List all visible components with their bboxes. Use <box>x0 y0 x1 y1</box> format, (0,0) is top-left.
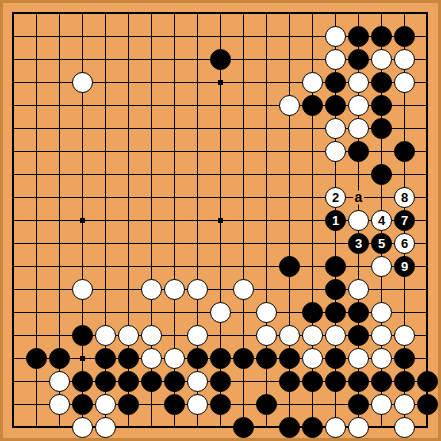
intersection[interactable] <box>71 255 94 278</box>
intersection[interactable] <box>232 140 255 163</box>
intersection[interactable] <box>209 140 232 163</box>
intersection[interactable] <box>117 94 140 117</box>
intersection[interactable] <box>232 2 255 25</box>
intersection[interactable] <box>94 232 117 255</box>
intersection <box>186 393 209 416</box>
intersection[interactable] <box>416 324 439 347</box>
intersection[interactable] <box>255 2 278 25</box>
intersection <box>255 347 278 370</box>
black-stone <box>394 26 415 47</box>
intersection[interactable] <box>416 232 439 255</box>
intersection[interactable] <box>140 163 163 186</box>
black-stone <box>348 371 369 392</box>
intersection[interactable] <box>94 94 117 117</box>
intersection[interactable] <box>370 2 393 25</box>
intersection[interactable] <box>2 278 25 301</box>
intersection <box>301 71 324 94</box>
intersection[interactable] <box>48 140 71 163</box>
intersection[interactable] <box>278 278 301 301</box>
intersection[interactable] <box>186 186 209 209</box>
intersection[interactable] <box>186 48 209 71</box>
intersection[interactable] <box>71 140 94 163</box>
intersection[interactable] <box>2 186 25 209</box>
intersection[interactable] <box>301 140 324 163</box>
intersection[interactable] <box>232 370 255 393</box>
intersection[interactable] <box>186 117 209 140</box>
intersection[interactable] <box>278 163 301 186</box>
intersection[interactable] <box>232 393 255 416</box>
intersection[interactable] <box>71 301 94 324</box>
white-stone <box>210 302 231 323</box>
intersection[interactable] <box>416 71 439 94</box>
intersection[interactable] <box>2 2 25 25</box>
white-stone <box>371 325 392 346</box>
intersection[interactable] <box>71 186 94 209</box>
intersection[interactable] <box>324 393 347 416</box>
intersection[interactable] <box>25 416 48 439</box>
go-board-grid: 2a81473569 <box>2 2 439 439</box>
intersection[interactable] <box>370 278 393 301</box>
intersection[interactable] <box>301 163 324 186</box>
intersection[interactable] <box>278 48 301 71</box>
intersection[interactable] <box>117 140 140 163</box>
intersection[interactable] <box>232 163 255 186</box>
intersection[interactable] <box>2 393 25 416</box>
intersection[interactable] <box>416 163 439 186</box>
intersection[interactable] <box>163 255 186 278</box>
intersection[interactable] <box>48 163 71 186</box>
intersection[interactable] <box>117 117 140 140</box>
intersection[interactable] <box>209 25 232 48</box>
intersection[interactable] <box>140 416 163 439</box>
intersection[interactable] <box>94 25 117 48</box>
intersection[interactable] <box>25 2 48 25</box>
intersection[interactable] <box>393 94 416 117</box>
intersection[interactable] <box>370 140 393 163</box>
intersection[interactable] <box>117 25 140 48</box>
intersection[interactable] <box>25 163 48 186</box>
intersection[interactable] <box>278 209 301 232</box>
intersection[interactable] <box>25 94 48 117</box>
intersection <box>94 347 117 370</box>
intersection[interactable] <box>25 232 48 255</box>
intersection[interactable] <box>48 416 71 439</box>
intersection[interactable] <box>163 324 186 347</box>
intersection <box>186 324 209 347</box>
intersection: 5 <box>370 232 393 255</box>
intersection[interactable] <box>186 94 209 117</box>
intersection <box>163 393 186 416</box>
intersection[interactable] <box>2 347 25 370</box>
intersection[interactable] <box>416 48 439 71</box>
intersection <box>117 393 140 416</box>
intersection <box>393 71 416 94</box>
intersection[interactable] <box>393 301 416 324</box>
intersection[interactable] <box>48 48 71 71</box>
intersection <box>393 416 416 439</box>
intersection[interactable] <box>209 94 232 117</box>
intersection[interactable] <box>71 347 94 370</box>
intersection[interactable] <box>209 117 232 140</box>
intersection[interactable] <box>140 255 163 278</box>
intersection[interactable] <box>25 370 48 393</box>
intersection <box>393 347 416 370</box>
intersection[interactable] <box>117 71 140 94</box>
intersection[interactable] <box>94 48 117 71</box>
intersection[interactable] <box>209 232 232 255</box>
intersection[interactable] <box>393 2 416 25</box>
intersection[interactable] <box>71 48 94 71</box>
intersection[interactable] <box>48 94 71 117</box>
intersection[interactable] <box>232 25 255 48</box>
intersection <box>370 347 393 370</box>
intersection[interactable] <box>301 393 324 416</box>
intersection[interactable] <box>255 140 278 163</box>
intersection[interactable] <box>209 416 232 439</box>
intersection[interactable] <box>94 186 117 209</box>
intersection[interactable] <box>2 163 25 186</box>
intersection[interactable] <box>255 232 278 255</box>
intersection[interactable] <box>163 71 186 94</box>
intersection[interactable] <box>163 94 186 117</box>
intersection[interactable] <box>25 140 48 163</box>
intersection[interactable] <box>416 278 439 301</box>
black-stone <box>371 118 392 139</box>
intersection[interactable] <box>416 186 439 209</box>
intersection[interactable] <box>416 209 439 232</box>
intersection[interactable] <box>416 2 439 25</box>
intersection[interactable] <box>140 209 163 232</box>
black-stone <box>371 95 392 116</box>
intersection[interactable] <box>2 232 25 255</box>
intersection[interactable] <box>255 71 278 94</box>
intersection[interactable] <box>140 71 163 94</box>
intersection[interactable] <box>301 232 324 255</box>
black-stone: 9 <box>394 256 415 277</box>
intersection[interactable] <box>301 48 324 71</box>
intersection[interactable] <box>117 301 140 324</box>
intersection[interactable] <box>163 163 186 186</box>
intersection[interactable] <box>186 71 209 94</box>
intersection[interactable] <box>163 48 186 71</box>
intersection[interactable] <box>347 163 370 186</box>
intersection[interactable] <box>232 48 255 71</box>
intersection[interactable] <box>25 186 48 209</box>
intersection[interactable] <box>416 94 439 117</box>
intersection[interactable] <box>140 301 163 324</box>
intersection[interactable] <box>186 255 209 278</box>
intersection[interactable] <box>347 255 370 278</box>
intersection[interactable] <box>48 301 71 324</box>
intersection[interactable] <box>301 186 324 209</box>
white-stone <box>141 279 162 300</box>
intersection[interactable] <box>48 117 71 140</box>
intersection[interactable] <box>278 186 301 209</box>
intersection[interactable] <box>255 94 278 117</box>
intersection[interactable] <box>2 416 25 439</box>
white-stone <box>371 348 392 369</box>
intersection[interactable] <box>94 255 117 278</box>
intersection[interactable] <box>94 2 117 25</box>
intersection <box>324 324 347 347</box>
intersection[interactable] <box>393 163 416 186</box>
black-stone <box>371 26 392 47</box>
intersection <box>347 393 370 416</box>
intersection[interactable] <box>71 163 94 186</box>
intersection <box>94 393 117 416</box>
intersection[interactable] <box>94 71 117 94</box>
intersection[interactable] <box>232 186 255 209</box>
intersection[interactable] <box>25 209 48 232</box>
intersection[interactable] <box>255 186 278 209</box>
intersection[interactable] <box>301 117 324 140</box>
intersection[interactable] <box>25 25 48 48</box>
black-stone <box>187 348 208 369</box>
intersection[interactable] <box>140 117 163 140</box>
intersection[interactable] <box>186 416 209 439</box>
intersection[interactable] <box>186 232 209 255</box>
intersection[interactable] <box>370 186 393 209</box>
intersection[interactable] <box>255 163 278 186</box>
intersection[interactable] <box>25 324 48 347</box>
intersection[interactable] <box>209 2 232 25</box>
intersection[interactable] <box>324 232 347 255</box>
intersection[interactable] <box>71 25 94 48</box>
intersection: 9 <box>393 255 416 278</box>
intersection[interactable] <box>186 163 209 186</box>
intersection[interactable] <box>301 278 324 301</box>
intersection[interactable] <box>209 255 232 278</box>
intersection[interactable] <box>2 94 25 117</box>
intersection[interactable] <box>186 209 209 232</box>
intersection[interactable] <box>94 301 117 324</box>
intersection[interactable] <box>94 163 117 186</box>
move-number-label: 9 <box>401 260 408 273</box>
intersection[interactable] <box>117 209 140 232</box>
intersection[interactable] <box>140 25 163 48</box>
intersection[interactable] <box>71 117 94 140</box>
intersection[interactable] <box>255 48 278 71</box>
intersection[interactable] <box>48 255 71 278</box>
intersection[interactable] <box>117 48 140 71</box>
intersection[interactable] <box>25 71 48 94</box>
intersection[interactable] <box>48 278 71 301</box>
intersection[interactable] <box>2 71 25 94</box>
intersection[interactable] <box>25 117 48 140</box>
intersection <box>347 278 370 301</box>
intersection[interactable] <box>117 232 140 255</box>
black-stone <box>325 72 346 93</box>
intersection[interactable] <box>209 278 232 301</box>
intersection[interactable] <box>278 71 301 94</box>
intersection[interactable] <box>140 393 163 416</box>
intersection[interactable] <box>416 301 439 324</box>
intersection[interactable] <box>163 232 186 255</box>
white-stone: 8 <box>394 187 415 208</box>
intersection[interactable] <box>255 209 278 232</box>
intersection[interactable] <box>416 347 439 370</box>
intersection[interactable] <box>2 25 25 48</box>
intersection <box>324 71 347 94</box>
intersection[interactable] <box>186 2 209 25</box>
intersection[interactable] <box>163 140 186 163</box>
intersection[interactable] <box>48 324 71 347</box>
intersection[interactable] <box>232 117 255 140</box>
black-stone <box>256 348 277 369</box>
white-stone <box>95 325 116 346</box>
intersection[interactable] <box>278 2 301 25</box>
intersection[interactable] <box>232 255 255 278</box>
intersection[interactable] <box>301 209 324 232</box>
intersection[interactable] <box>71 232 94 255</box>
intersection[interactable] <box>301 255 324 278</box>
intersection[interactable] <box>255 255 278 278</box>
intersection[interactable] <box>186 301 209 324</box>
black-stone <box>371 371 392 392</box>
intersection[interactable] <box>117 2 140 25</box>
black-stone <box>164 371 185 392</box>
intersection[interactable] <box>25 278 48 301</box>
intersection[interactable] <box>163 186 186 209</box>
intersection[interactable] <box>25 48 48 71</box>
intersection[interactable] <box>255 278 278 301</box>
intersection[interactable] <box>2 140 25 163</box>
intersection[interactable] <box>255 117 278 140</box>
intersection <box>416 393 439 416</box>
intersection: 1 <box>324 209 347 232</box>
intersection <box>71 370 94 393</box>
intersection[interactable] <box>163 209 186 232</box>
intersection <box>25 347 48 370</box>
intersection[interactable] <box>278 232 301 255</box>
intersection[interactable] <box>117 186 140 209</box>
white-stone <box>72 417 93 438</box>
intersection[interactable] <box>278 140 301 163</box>
intersection[interactable] <box>416 255 439 278</box>
intersection[interactable] <box>186 140 209 163</box>
intersection[interactable]: a <box>347 186 370 209</box>
intersection[interactable] <box>2 301 25 324</box>
intersection[interactable] <box>370 416 393 439</box>
intersection[interactable] <box>117 278 140 301</box>
intersection[interactable] <box>209 209 232 232</box>
intersection[interactable] <box>347 2 370 25</box>
intersection[interactable] <box>255 416 278 439</box>
white-stone <box>325 417 346 438</box>
intersection[interactable] <box>393 278 416 301</box>
intersection[interactable] <box>2 324 25 347</box>
intersection[interactable] <box>48 209 71 232</box>
intersection[interactable] <box>2 209 25 232</box>
intersection[interactable] <box>209 163 232 186</box>
intersection[interactable] <box>255 370 278 393</box>
intersection[interactable] <box>232 71 255 94</box>
intersection[interactable] <box>163 416 186 439</box>
intersection <box>140 370 163 393</box>
intersection[interactable] <box>416 117 439 140</box>
intersection[interactable] <box>232 209 255 232</box>
intersection[interactable] <box>393 117 416 140</box>
intersection[interactable] <box>324 2 347 25</box>
intersection[interactable] <box>117 416 140 439</box>
intersection[interactable] <box>163 301 186 324</box>
intersection[interactable] <box>232 94 255 117</box>
black-stone <box>302 95 323 116</box>
intersection[interactable] <box>94 209 117 232</box>
intersection[interactable] <box>25 393 48 416</box>
intersection <box>324 278 347 301</box>
intersection[interactable] <box>25 255 48 278</box>
intersection[interactable] <box>48 2 71 25</box>
intersection[interactable] <box>324 163 347 186</box>
black-stone <box>348 141 369 162</box>
intersection[interactable] <box>140 140 163 163</box>
intersection[interactable] <box>278 301 301 324</box>
intersection[interactable] <box>163 117 186 140</box>
intersection[interactable] <box>416 25 439 48</box>
intersection[interactable] <box>117 255 140 278</box>
intersection[interactable] <box>140 48 163 71</box>
intersection[interactable] <box>2 255 25 278</box>
intersection[interactable] <box>71 209 94 232</box>
intersection <box>117 370 140 393</box>
intersection[interactable] <box>71 2 94 25</box>
intersection[interactable] <box>140 232 163 255</box>
intersection[interactable] <box>416 416 439 439</box>
intersection[interactable] <box>140 2 163 25</box>
intersection[interactable] <box>48 25 71 48</box>
intersection[interactable] <box>209 186 232 209</box>
intersection[interactable] <box>94 117 117 140</box>
intersection[interactable] <box>48 71 71 94</box>
intersection[interactable] <box>232 301 255 324</box>
intersection[interactable] <box>2 48 25 71</box>
intersection[interactable] <box>186 25 209 48</box>
white-stone: 4 <box>371 210 392 231</box>
intersection <box>416 370 439 393</box>
intersection[interactable] <box>209 324 232 347</box>
intersection[interactable] <box>278 117 301 140</box>
intersection[interactable] <box>209 71 232 94</box>
intersection[interactable] <box>71 94 94 117</box>
intersection <box>370 370 393 393</box>
intersection[interactable] <box>117 163 140 186</box>
intersection[interactable] <box>25 301 48 324</box>
intersection[interactable] <box>278 393 301 416</box>
intersection[interactable] <box>301 2 324 25</box>
intersection[interactable] <box>140 94 163 117</box>
intersection[interactable] <box>232 232 255 255</box>
intersection[interactable] <box>2 370 25 393</box>
white-stone <box>348 210 369 231</box>
black-stone <box>164 394 185 415</box>
intersection[interactable] <box>163 2 186 25</box>
intersection[interactable] <box>301 25 324 48</box>
intersection[interactable] <box>416 140 439 163</box>
intersection[interactable] <box>48 186 71 209</box>
intersection <box>94 370 117 393</box>
intersection[interactable] <box>48 232 71 255</box>
intersection[interactable] <box>140 186 163 209</box>
intersection[interactable] <box>255 25 278 48</box>
intersection[interactable] <box>232 324 255 347</box>
intersection[interactable] <box>94 278 117 301</box>
black-stone <box>302 417 323 438</box>
intersection[interactable] <box>163 25 186 48</box>
intersection[interactable] <box>278 25 301 48</box>
intersection[interactable] <box>94 140 117 163</box>
intersection[interactable] <box>2 117 25 140</box>
